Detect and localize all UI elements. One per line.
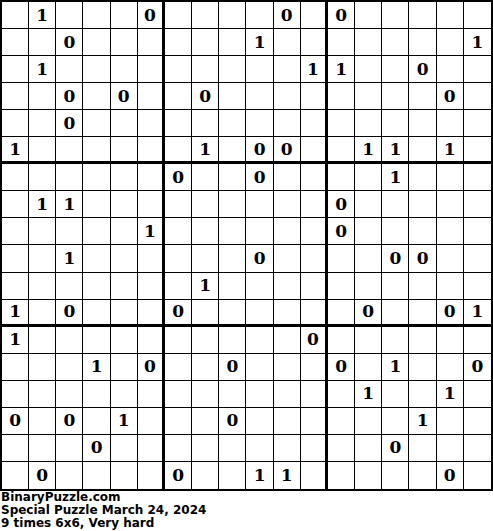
cell-empty[interactable] xyxy=(219,110,246,137)
cell-empty[interactable] xyxy=(246,218,273,245)
cell-empty[interactable] xyxy=(56,327,83,354)
cell-empty[interactable] xyxy=(301,273,328,300)
cell-empty[interactable] xyxy=(464,191,491,218)
cell-empty[interactable] xyxy=(382,29,409,56)
cell-given: 1 xyxy=(382,354,409,381)
cell-empty[interactable] xyxy=(165,218,192,245)
cell-empty[interactable] xyxy=(165,191,192,218)
cell-empty[interactable] xyxy=(2,2,29,29)
cell-empty[interactable] xyxy=(165,354,192,381)
cell-empty[interactable] xyxy=(382,83,409,110)
cell-empty[interactable] xyxy=(274,29,301,56)
cell-empty[interactable] xyxy=(138,408,165,435)
cell-empty[interactable] xyxy=(219,2,246,29)
cell-empty[interactable] xyxy=(246,381,273,408)
cell-empty[interactable] xyxy=(246,83,273,110)
cell-empty[interactable] xyxy=(274,56,301,83)
cell-empty[interactable] xyxy=(219,245,246,272)
cell-empty[interactable] xyxy=(274,83,301,110)
cell-empty[interactable] xyxy=(382,381,409,408)
cell-empty[interactable] xyxy=(219,327,246,354)
cell-empty[interactable] xyxy=(192,29,219,56)
cell-given: 1 xyxy=(355,381,382,408)
cell-empty[interactable] xyxy=(464,381,491,408)
cell-empty[interactable] xyxy=(409,29,436,56)
cell-empty[interactable] xyxy=(355,435,382,462)
cell-empty[interactable] xyxy=(111,56,138,83)
cell-empty[interactable] xyxy=(301,164,328,191)
cell-given: 1 xyxy=(301,56,328,83)
cell-empty[interactable] xyxy=(219,218,246,245)
cell-empty[interactable] xyxy=(409,137,436,164)
cell-empty[interactable] xyxy=(219,137,246,164)
cell-empty[interactable] xyxy=(409,354,436,381)
cell-empty[interactable] xyxy=(138,56,165,83)
cell-empty[interactable] xyxy=(219,56,246,83)
cell-empty[interactable] xyxy=(192,218,219,245)
cell-empty[interactable] xyxy=(301,354,328,381)
cell-empty[interactable] xyxy=(382,462,409,489)
cell-empty[interactable] xyxy=(301,300,328,327)
cell-empty[interactable] xyxy=(165,29,192,56)
cell-given: 1 xyxy=(246,462,273,489)
cell-given: 0 xyxy=(274,137,301,164)
cell-empty[interactable] xyxy=(328,381,355,408)
cell-empty[interactable] xyxy=(328,408,355,435)
cell-empty[interactable] xyxy=(246,354,273,381)
cell-empty[interactable] xyxy=(83,56,110,83)
cell-empty[interactable] xyxy=(83,245,110,272)
cell-empty[interactable] xyxy=(274,191,301,218)
cell-empty[interactable] xyxy=(29,273,56,300)
cell-empty[interactable] xyxy=(29,327,56,354)
cell-given: 1 xyxy=(274,462,301,489)
cell-given: 0 xyxy=(219,354,246,381)
cell-empty[interactable] xyxy=(437,110,464,137)
cell-empty[interactable] xyxy=(29,110,56,137)
cell-empty[interactable] xyxy=(56,164,83,191)
cell-empty[interactable] xyxy=(409,273,436,300)
cell-empty[interactable] xyxy=(246,435,273,462)
cell-empty[interactable] xyxy=(111,381,138,408)
cell-empty[interactable] xyxy=(355,462,382,489)
cell-empty[interactable] xyxy=(2,273,29,300)
cell-given: 1 xyxy=(382,137,409,164)
cell-given: 0 xyxy=(29,462,56,489)
cell-empty[interactable] xyxy=(274,300,301,327)
cell-empty[interactable] xyxy=(355,110,382,137)
puzzle-board: 1000011111000000110011100111010100011000… xyxy=(0,0,493,491)
cell-empty[interactable] xyxy=(2,83,29,110)
cell-empty[interactable] xyxy=(301,218,328,245)
cell-empty[interactable] xyxy=(464,462,491,489)
cell-empty[interactable] xyxy=(219,191,246,218)
cell-empty[interactable] xyxy=(83,300,110,327)
cell-empty[interactable] xyxy=(464,83,491,110)
cell-empty[interactable] xyxy=(409,462,436,489)
cell-empty[interactable] xyxy=(355,2,382,29)
cell-empty[interactable] xyxy=(29,354,56,381)
cell-empty[interactable] xyxy=(437,218,464,245)
cell-given: 0 xyxy=(246,245,273,272)
cell-empty[interactable] xyxy=(246,110,273,137)
cell-empty[interactable] xyxy=(274,381,301,408)
cell-empty[interactable] xyxy=(382,300,409,327)
cell-empty[interactable] xyxy=(328,164,355,191)
cell-empty[interactable] xyxy=(328,327,355,354)
cell-empty[interactable] xyxy=(192,2,219,29)
cell-empty[interactable] xyxy=(29,300,56,327)
cell-empty[interactable] xyxy=(192,300,219,327)
cell-empty[interactable] xyxy=(355,354,382,381)
cell-empty[interactable] xyxy=(274,273,301,300)
cell-empty[interactable] xyxy=(328,83,355,110)
cell-empty[interactable] xyxy=(219,462,246,489)
cell-empty[interactable] xyxy=(464,435,491,462)
cell-empty[interactable] xyxy=(382,273,409,300)
cell-empty[interactable] xyxy=(437,191,464,218)
cell-empty[interactable] xyxy=(56,218,83,245)
cell-empty[interactable] xyxy=(274,164,301,191)
cell-empty[interactable] xyxy=(111,218,138,245)
cell-empty[interactable] xyxy=(301,110,328,137)
cell-empty[interactable] xyxy=(138,273,165,300)
cell-empty[interactable] xyxy=(165,2,192,29)
cell-empty[interactable] xyxy=(2,56,29,83)
cell-empty[interactable] xyxy=(355,29,382,56)
cell-empty[interactable] xyxy=(246,56,273,83)
cell-empty[interactable] xyxy=(328,137,355,164)
cell-empty[interactable] xyxy=(382,327,409,354)
cell-empty[interactable] xyxy=(464,245,491,272)
cell-empty[interactable] xyxy=(355,273,382,300)
cell-empty[interactable] xyxy=(328,462,355,489)
cell-empty[interactable] xyxy=(138,300,165,327)
cell-empty[interactable] xyxy=(274,218,301,245)
cell-empty[interactable] xyxy=(192,381,219,408)
cell-empty[interactable] xyxy=(464,56,491,83)
cell-empty[interactable] xyxy=(111,137,138,164)
cell-given: 1 xyxy=(437,137,464,164)
cell-empty[interactable] xyxy=(29,381,56,408)
cell-empty[interactable] xyxy=(2,245,29,272)
cell-empty[interactable] xyxy=(111,300,138,327)
cell-empty[interactable] xyxy=(2,164,29,191)
cell-empty[interactable] xyxy=(83,2,110,29)
cell-empty[interactable] xyxy=(83,164,110,191)
cell-given: 0 xyxy=(165,300,192,327)
cell-empty[interactable] xyxy=(246,327,273,354)
cell-empty[interactable] xyxy=(83,83,110,110)
cell-empty[interactable] xyxy=(464,137,491,164)
cell-given: 0 xyxy=(328,191,355,218)
cell-empty[interactable] xyxy=(437,273,464,300)
cell-empty[interactable] xyxy=(192,327,219,354)
cell-empty[interactable] xyxy=(437,245,464,272)
cell-empty[interactable] xyxy=(111,110,138,137)
cell-empty[interactable] xyxy=(192,56,219,83)
cell-empty[interactable] xyxy=(409,164,436,191)
cell-empty[interactable] xyxy=(382,2,409,29)
cell-empty[interactable] xyxy=(56,381,83,408)
cell-empty[interactable] xyxy=(437,56,464,83)
cell-empty[interactable] xyxy=(83,29,110,56)
cell-empty[interactable] xyxy=(301,29,328,56)
footer-puzzle-spec: 9 times 6x6, Very hard xyxy=(1,517,493,530)
cell-empty[interactable] xyxy=(355,56,382,83)
cell-empty[interactable] xyxy=(219,273,246,300)
cell-empty[interactable] xyxy=(138,327,165,354)
cell-empty[interactable] xyxy=(437,354,464,381)
cell-empty[interactable] xyxy=(83,218,110,245)
cell-empty[interactable] xyxy=(355,327,382,354)
cell-empty[interactable] xyxy=(192,354,219,381)
cell-empty[interactable] xyxy=(138,83,165,110)
cell-empty[interactable] xyxy=(56,462,83,489)
cell-empty[interactable] xyxy=(2,381,29,408)
cell-empty[interactable] xyxy=(165,408,192,435)
cell-empty[interactable] xyxy=(328,110,355,137)
cell-empty[interactable] xyxy=(165,381,192,408)
cell-empty[interactable] xyxy=(437,164,464,191)
cell-given: 0 xyxy=(111,83,138,110)
cell-given: 0 xyxy=(56,110,83,137)
cell-empty[interactable] xyxy=(409,300,436,327)
cell-empty[interactable] xyxy=(111,2,138,29)
cell-empty[interactable] xyxy=(165,83,192,110)
cell-empty[interactable] xyxy=(2,110,29,137)
cell-empty[interactable] xyxy=(111,29,138,56)
cell-empty[interactable] xyxy=(409,83,436,110)
cell-empty[interactable] xyxy=(246,191,273,218)
cell-empty[interactable] xyxy=(192,408,219,435)
cell-empty[interactable] xyxy=(29,137,56,164)
cell-empty[interactable] xyxy=(437,2,464,29)
cell-empty[interactable] xyxy=(29,435,56,462)
cell-empty[interactable] xyxy=(355,408,382,435)
cell-empty[interactable] xyxy=(301,381,328,408)
cell-given: 0 xyxy=(165,164,192,191)
cell-empty[interactable] xyxy=(409,381,436,408)
cell-given: 0 xyxy=(437,83,464,110)
cell-given: 1 xyxy=(138,218,165,245)
cell-empty[interactable] xyxy=(219,381,246,408)
cell-empty[interactable] xyxy=(464,218,491,245)
cell-empty[interactable] xyxy=(29,245,56,272)
cell-empty[interactable] xyxy=(301,245,328,272)
cell-empty[interactable] xyxy=(355,191,382,218)
cell-empty[interactable] xyxy=(219,435,246,462)
cell-empty[interactable] xyxy=(2,462,29,489)
cell-empty[interactable] xyxy=(29,164,56,191)
cell-empty[interactable] xyxy=(464,110,491,137)
cell-empty[interactable] xyxy=(274,245,301,272)
cell-empty[interactable] xyxy=(437,327,464,354)
cell-given: 1 xyxy=(29,2,56,29)
cell-empty[interactable] xyxy=(464,2,491,29)
cell-given: 1 xyxy=(464,29,491,56)
cell-empty[interactable] xyxy=(464,408,491,435)
cell-empty[interactable] xyxy=(464,273,491,300)
cell-empty[interactable] xyxy=(246,2,273,29)
cell-empty[interactable] xyxy=(437,408,464,435)
cell-empty[interactable] xyxy=(301,462,328,489)
cell-empty[interactable] xyxy=(355,164,382,191)
cell-empty[interactable] xyxy=(464,327,491,354)
cell-empty[interactable] xyxy=(382,110,409,137)
cell-empty[interactable] xyxy=(192,110,219,137)
cell-empty[interactable] xyxy=(328,435,355,462)
cell-empty[interactable] xyxy=(192,245,219,272)
cell-empty[interactable] xyxy=(274,327,301,354)
cell-empty[interactable] xyxy=(192,191,219,218)
cell-empty[interactable] xyxy=(83,462,110,489)
cell-empty[interactable] xyxy=(355,218,382,245)
cell-empty[interactable] xyxy=(301,2,328,29)
cell-empty[interactable] xyxy=(111,273,138,300)
cell-empty[interactable] xyxy=(56,435,83,462)
cell-empty[interactable] xyxy=(138,137,165,164)
cell-empty[interactable] xyxy=(83,137,110,164)
cell-empty[interactable] xyxy=(111,245,138,272)
cell-empty[interactable] xyxy=(2,435,29,462)
cell-empty[interactable] xyxy=(301,137,328,164)
cell-empty[interactable] xyxy=(409,2,436,29)
cell-empty[interactable] xyxy=(192,462,219,489)
cell-empty[interactable] xyxy=(409,435,436,462)
cell-empty[interactable] xyxy=(464,164,491,191)
cell-empty[interactable] xyxy=(2,354,29,381)
cell-given: 0 xyxy=(464,354,491,381)
cell-empty[interactable] xyxy=(409,191,436,218)
cell-empty[interactable] xyxy=(29,29,56,56)
cell-empty[interactable] xyxy=(192,164,219,191)
cell-empty[interactable] xyxy=(246,273,273,300)
cell-given: 0 xyxy=(355,300,382,327)
cell-empty[interactable] xyxy=(437,435,464,462)
cell-empty[interactable] xyxy=(83,191,110,218)
cell-empty[interactable] xyxy=(328,29,355,56)
cell-given: 0 xyxy=(56,408,83,435)
cell-empty[interactable] xyxy=(2,218,29,245)
cell-empty[interactable] xyxy=(219,300,246,327)
cell-empty[interactable] xyxy=(111,164,138,191)
cell-empty[interactable] xyxy=(83,327,110,354)
cell-empty[interactable] xyxy=(328,245,355,272)
cell-given: 0 xyxy=(246,164,273,191)
cell-empty[interactable] xyxy=(83,110,110,137)
cell-empty[interactable] xyxy=(138,245,165,272)
cell-given: 1 xyxy=(382,164,409,191)
cell-empty[interactable] xyxy=(355,245,382,272)
cell-empty[interactable] xyxy=(355,83,382,110)
cell-empty[interactable] xyxy=(56,273,83,300)
cell-empty[interactable] xyxy=(83,381,110,408)
cell-empty[interactable] xyxy=(274,408,301,435)
cell-empty[interactable] xyxy=(382,218,409,245)
cell-empty[interactable] xyxy=(2,191,29,218)
cell-empty[interactable] xyxy=(138,191,165,218)
cell-empty[interactable] xyxy=(219,29,246,56)
cell-empty[interactable] xyxy=(246,300,273,327)
cell-empty[interactable] xyxy=(138,435,165,462)
cell-empty[interactable] xyxy=(192,435,219,462)
cell-given: 0 xyxy=(219,408,246,435)
cell-given: 1 xyxy=(2,137,29,164)
cell-empty[interactable] xyxy=(219,164,246,191)
cell-empty[interactable] xyxy=(165,137,192,164)
cell-empty[interactable] xyxy=(437,29,464,56)
cell-empty[interactable] xyxy=(409,218,436,245)
cell-empty[interactable] xyxy=(165,273,192,300)
cell-empty[interactable] xyxy=(138,164,165,191)
cell-given: 0 xyxy=(56,83,83,110)
cell-empty[interactable] xyxy=(56,2,83,29)
cell-empty[interactable] xyxy=(2,29,29,56)
cell-empty[interactable] xyxy=(29,218,56,245)
cell-empty[interactable] xyxy=(165,245,192,272)
cell-empty[interactable] xyxy=(382,408,409,435)
cell-empty[interactable] xyxy=(301,435,328,462)
cell-empty[interactable] xyxy=(138,110,165,137)
cell-given: 0 xyxy=(437,300,464,327)
cell-empty[interactable] xyxy=(274,435,301,462)
cell-empty[interactable] xyxy=(29,83,56,110)
cell-empty[interactable] xyxy=(111,354,138,381)
cell-empty[interactable] xyxy=(274,354,301,381)
cell-empty[interactable] xyxy=(138,381,165,408)
cell-empty[interactable] xyxy=(219,83,246,110)
cell-empty[interactable] xyxy=(165,435,192,462)
cell-given: 0 xyxy=(328,354,355,381)
cell-empty[interactable] xyxy=(382,56,409,83)
cell-given: 1 xyxy=(437,381,464,408)
cell-given: 1 xyxy=(2,327,29,354)
cell-empty[interactable] xyxy=(111,435,138,462)
cell-empty[interactable] xyxy=(409,327,436,354)
cell-empty[interactable] xyxy=(409,110,436,137)
cell-empty[interactable] xyxy=(165,327,192,354)
cell-empty[interactable] xyxy=(138,29,165,56)
cell-given: 1 xyxy=(464,300,491,327)
cell-empty[interactable] xyxy=(246,408,273,435)
cell-empty[interactable] xyxy=(328,273,355,300)
cell-empty[interactable] xyxy=(382,191,409,218)
cell-empty[interactable] xyxy=(111,191,138,218)
cell-empty[interactable] xyxy=(138,462,165,489)
cell-given: 0 xyxy=(328,218,355,245)
cell-given: 0 xyxy=(246,137,273,164)
cell-empty[interactable] xyxy=(29,408,56,435)
cell-empty[interactable] xyxy=(56,137,83,164)
cell-empty[interactable] xyxy=(165,56,192,83)
cell-empty[interactable] xyxy=(274,110,301,137)
cell-empty[interactable] xyxy=(301,191,328,218)
cell-empty[interactable] xyxy=(301,83,328,110)
cell-given: 1 xyxy=(246,29,273,56)
cell-given: 1 xyxy=(56,191,83,218)
cell-empty[interactable] xyxy=(56,56,83,83)
cell-empty[interactable] xyxy=(165,110,192,137)
cell-given: 1 xyxy=(111,408,138,435)
cell-empty[interactable] xyxy=(301,408,328,435)
cell-empty[interactable] xyxy=(328,300,355,327)
cell-empty[interactable] xyxy=(111,327,138,354)
cell-empty[interactable] xyxy=(83,273,110,300)
cell-empty[interactable] xyxy=(56,354,83,381)
cell-empty[interactable] xyxy=(83,408,110,435)
cell-empty[interactable] xyxy=(111,462,138,489)
